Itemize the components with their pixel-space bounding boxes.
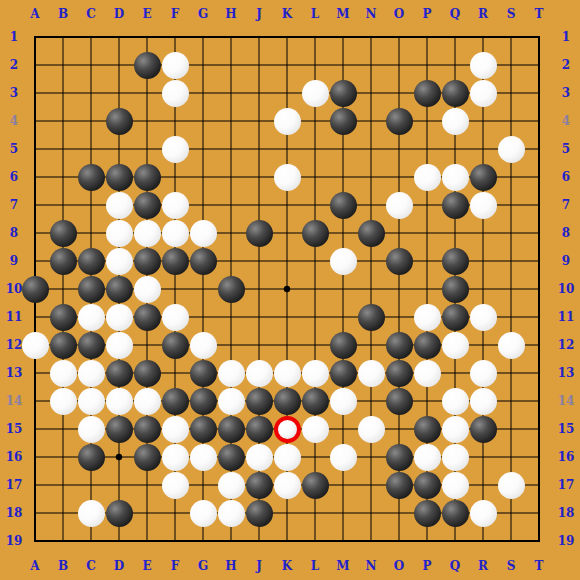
col-label-top-R: R (469, 6, 497, 22)
stone-black-O17 (386, 472, 413, 499)
stone-white-R3 (470, 80, 497, 107)
stone-black-P12 (414, 332, 441, 359)
col-label-bottom-Q: Q (441, 558, 469, 574)
stone-black-D6 (106, 164, 133, 191)
row-label-right-16: 16 (552, 449, 580, 465)
stone-black-F9 (162, 248, 189, 275)
stone-white-F16 (162, 444, 189, 471)
col-label-bottom-G: G (189, 558, 217, 574)
stone-white-Q4 (442, 108, 469, 135)
col-label-bottom-F: F (161, 558, 189, 574)
stone-white-M14 (330, 388, 357, 415)
stone-black-G15 (190, 416, 217, 443)
stone-black-M12 (330, 332, 357, 359)
stone-white-Q16 (442, 444, 469, 471)
col-label-top-G: G (189, 6, 217, 22)
row-label-left-6: 6 (0, 169, 28, 185)
stone-black-Q7 (442, 192, 469, 219)
stone-black-C16 (78, 444, 105, 471)
stone-white-E14 (134, 388, 161, 415)
stone-black-M3 (330, 80, 357, 107)
stone-black-H10 (218, 276, 245, 303)
stone-black-D13 (106, 360, 133, 387)
stone-white-B14 (50, 388, 77, 415)
row-label-right-19: 19 (552, 533, 580, 549)
row-label-right-14: 14 (552, 393, 580, 409)
stone-white-E10 (134, 276, 161, 303)
stone-white-Q15 (442, 416, 469, 443)
col-label-top-P: P (413, 6, 441, 22)
row-label-left-3: 3 (0, 85, 28, 101)
col-label-top-O: O (385, 6, 413, 22)
stone-white-M9 (330, 248, 357, 275)
stone-white-Q14 (442, 388, 469, 415)
stone-white-Q12 (442, 332, 469, 359)
stone-black-E16 (134, 444, 161, 471)
row-label-right-17: 17 (552, 477, 580, 493)
stone-black-O9 (386, 248, 413, 275)
stone-white-H14 (218, 388, 245, 415)
row-label-right-1: 1 (552, 29, 580, 45)
stone-white-P6 (414, 164, 441, 191)
stone-white-S5 (498, 136, 525, 163)
col-label-bottom-D: D (105, 558, 133, 574)
stone-black-Q9 (442, 248, 469, 275)
row-label-right-12: 12 (552, 337, 580, 353)
row-label-left-1: 1 (0, 29, 28, 45)
stone-black-H16 (218, 444, 245, 471)
stone-white-C14 (78, 388, 105, 415)
stone-black-Q18 (442, 500, 469, 527)
stone-white-A12 (22, 332, 49, 359)
stone-black-P15 (414, 416, 441, 443)
stone-black-H15 (218, 416, 245, 443)
stone-black-E7 (134, 192, 161, 219)
stone-black-L14 (302, 388, 329, 415)
stone-white-E8 (134, 220, 161, 247)
stone-black-K14 (274, 388, 301, 415)
stone-black-D4 (106, 108, 133, 135)
stone-black-C10 (78, 276, 105, 303)
stone-black-O14 (386, 388, 413, 415)
col-label-top-Q: Q (441, 6, 469, 22)
col-label-top-K: K (273, 6, 301, 22)
stone-white-L13 (302, 360, 329, 387)
stone-white-F5 (162, 136, 189, 163)
stone-black-M7 (330, 192, 357, 219)
row-label-left-18: 18 (0, 505, 28, 521)
row-label-left-9: 9 (0, 253, 28, 269)
stone-white-H13 (218, 360, 245, 387)
col-label-bottom-S: S (497, 558, 525, 574)
stone-black-Q10 (442, 276, 469, 303)
row-label-right-10: 10 (552, 281, 580, 297)
stone-white-K6 (274, 164, 301, 191)
stone-black-F12 (162, 332, 189, 359)
stone-white-Q17 (442, 472, 469, 499)
row-label-left-13: 13 (0, 365, 28, 381)
stone-black-G13 (190, 360, 217, 387)
stone-white-H18 (218, 500, 245, 527)
stone-white-F8 (162, 220, 189, 247)
row-label-left-17: 17 (0, 477, 28, 493)
stone-white-P11 (414, 304, 441, 331)
stone-white-H17 (218, 472, 245, 499)
row-label-left-19: 19 (0, 533, 28, 549)
col-label-bottom-O: O (385, 558, 413, 574)
last-move-marker-stone-white-K15 (274, 416, 301, 443)
stone-white-R2 (470, 52, 497, 79)
stone-black-E2 (134, 52, 161, 79)
stone-black-L17 (302, 472, 329, 499)
stone-black-J14 (246, 388, 273, 415)
stone-black-R15 (470, 416, 497, 443)
stone-white-C18 (78, 500, 105, 527)
col-label-bottom-T: T (525, 558, 553, 574)
goban[interactable]: AABBCCDDEEFFGGHHJJKKLLMMNNOOPPQQRRSSTT11… (0, 0, 580, 580)
stone-white-D9 (106, 248, 133, 275)
row-label-left-4: 4 (0, 113, 28, 129)
stone-black-E6 (134, 164, 161, 191)
stone-black-C12 (78, 332, 105, 359)
row-label-right-3: 3 (552, 85, 580, 101)
stone-white-D8 (106, 220, 133, 247)
stone-black-M13 (330, 360, 357, 387)
stone-white-R11 (470, 304, 497, 331)
stone-white-G18 (190, 500, 217, 527)
stone-black-E11 (134, 304, 161, 331)
stone-white-R7 (470, 192, 497, 219)
stone-black-P18 (414, 500, 441, 527)
stone-white-K16 (274, 444, 301, 471)
stone-white-Q6 (442, 164, 469, 191)
stone-black-A10 (22, 276, 49, 303)
stone-white-G12 (190, 332, 217, 359)
row-label-right-4: 4 (552, 113, 580, 129)
col-label-top-E: E (133, 6, 161, 22)
stone-black-C9 (78, 248, 105, 275)
row-label-left-2: 2 (0, 57, 28, 73)
stone-black-C6 (78, 164, 105, 191)
stone-white-D14 (106, 388, 133, 415)
stone-black-D15 (106, 416, 133, 443)
stone-black-Q11 (442, 304, 469, 331)
stone-white-G16 (190, 444, 217, 471)
row-label-left-11: 11 (0, 309, 28, 325)
row-label-right-5: 5 (552, 141, 580, 157)
stone-black-B9 (50, 248, 77, 275)
row-label-right-8: 8 (552, 225, 580, 241)
stone-black-O4 (386, 108, 413, 135)
stone-black-O12 (386, 332, 413, 359)
col-label-bottom-M: M (329, 558, 357, 574)
col-label-top-B: B (49, 6, 77, 22)
stone-black-O13 (386, 360, 413, 387)
col-label-top-A: A (21, 6, 49, 22)
row-label-left-15: 15 (0, 421, 28, 437)
row-label-left-14: 14 (0, 393, 28, 409)
col-label-bottom-H: H (217, 558, 245, 574)
stone-black-L8 (302, 220, 329, 247)
stone-white-F17 (162, 472, 189, 499)
stone-black-R6 (470, 164, 497, 191)
stone-black-J15 (246, 416, 273, 443)
stone-white-K4 (274, 108, 301, 135)
stone-black-P3 (414, 80, 441, 107)
row-label-left-8: 8 (0, 225, 28, 241)
stone-white-R14 (470, 388, 497, 415)
stone-black-E15 (134, 416, 161, 443)
col-label-bottom-E: E (133, 558, 161, 574)
stone-black-N8 (358, 220, 385, 247)
stone-white-P16 (414, 444, 441, 471)
stone-white-J13 (246, 360, 273, 387)
stone-white-C11 (78, 304, 105, 331)
stone-white-P13 (414, 360, 441, 387)
stone-black-Q3 (442, 80, 469, 107)
stone-black-P17 (414, 472, 441, 499)
stone-white-G8 (190, 220, 217, 247)
stone-white-F15 (162, 416, 189, 443)
col-label-top-H: H (217, 6, 245, 22)
row-label-left-16: 16 (0, 449, 28, 465)
stone-white-M16 (330, 444, 357, 471)
col-label-top-T: T (525, 6, 553, 22)
stone-white-L15 (302, 416, 329, 443)
star-point-D16 (116, 454, 122, 460)
stone-white-B13 (50, 360, 77, 387)
stone-black-B8 (50, 220, 77, 247)
stone-white-D12 (106, 332, 133, 359)
stone-white-S12 (498, 332, 525, 359)
col-label-bottom-N: N (357, 558, 385, 574)
stone-white-C13 (78, 360, 105, 387)
stone-white-F3 (162, 80, 189, 107)
stone-black-N11 (358, 304, 385, 331)
stone-white-O7 (386, 192, 413, 219)
stone-white-N15 (358, 416, 385, 443)
stone-black-J8 (246, 220, 273, 247)
row-label-right-7: 7 (552, 197, 580, 213)
stone-white-K13 (274, 360, 301, 387)
stone-black-B12 (50, 332, 77, 359)
stone-white-F7 (162, 192, 189, 219)
col-label-bottom-R: R (469, 558, 497, 574)
col-label-bottom-P: P (413, 558, 441, 574)
stone-white-F2 (162, 52, 189, 79)
stone-white-L3 (302, 80, 329, 107)
stone-black-D18 (106, 500, 133, 527)
row-label-left-7: 7 (0, 197, 28, 213)
col-label-top-N: N (357, 6, 385, 22)
stone-white-R13 (470, 360, 497, 387)
stone-black-D10 (106, 276, 133, 303)
stone-black-F14 (162, 388, 189, 415)
stone-white-F11 (162, 304, 189, 331)
stone-black-G9 (190, 248, 217, 275)
stone-black-J17 (246, 472, 273, 499)
row-label-right-13: 13 (552, 365, 580, 381)
row-label-right-15: 15 (552, 421, 580, 437)
stone-white-S17 (498, 472, 525, 499)
stone-black-G14 (190, 388, 217, 415)
col-label-bottom-K: K (273, 558, 301, 574)
row-label-right-2: 2 (552, 57, 580, 73)
stone-white-D11 (106, 304, 133, 331)
stone-white-J16 (246, 444, 273, 471)
col-label-top-J: J (245, 6, 273, 22)
col-label-top-S: S (497, 6, 525, 22)
col-label-bottom-B: B (49, 558, 77, 574)
row-label-right-11: 11 (552, 309, 580, 325)
row-label-right-18: 18 (552, 505, 580, 521)
stone-white-N13 (358, 360, 385, 387)
col-label-top-M: M (329, 6, 357, 22)
col-label-bottom-A: A (21, 558, 49, 574)
stone-black-M4 (330, 108, 357, 135)
col-label-top-L: L (301, 6, 329, 22)
stone-black-J18 (246, 500, 273, 527)
row-label-left-5: 5 (0, 141, 28, 157)
star-point-K10 (284, 286, 290, 292)
stone-black-O16 (386, 444, 413, 471)
stone-black-E9 (134, 248, 161, 275)
col-label-top-D: D (105, 6, 133, 22)
col-label-top-C: C (77, 6, 105, 22)
row-label-right-6: 6 (552, 169, 580, 185)
stone-white-D7 (106, 192, 133, 219)
stone-white-R18 (470, 500, 497, 527)
stone-white-K17 (274, 472, 301, 499)
stone-white-C15 (78, 416, 105, 443)
col-label-bottom-L: L (301, 558, 329, 574)
row-label-right-9: 9 (552, 253, 580, 269)
stone-black-B11 (50, 304, 77, 331)
col-label-bottom-C: C (77, 558, 105, 574)
col-label-bottom-J: J (245, 558, 273, 574)
col-label-top-F: F (161, 6, 189, 22)
stone-black-E13 (134, 360, 161, 387)
